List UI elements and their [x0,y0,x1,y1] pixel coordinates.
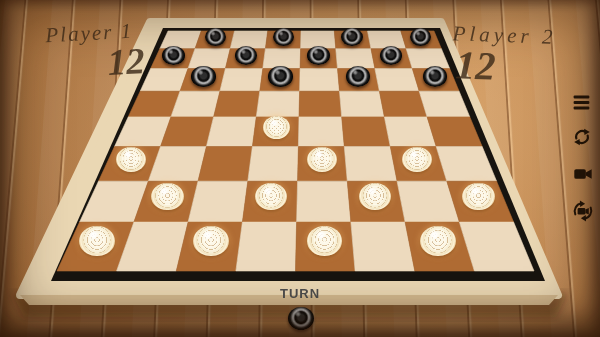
black-checker[interactable] [346,66,370,87]
board-square-r5c5[interactable] [344,147,397,182]
player1-panel: Player 1 12 [7,19,136,83]
player2-score: 12 [455,49,600,87]
switch-camera-icon [571,199,595,223]
board-square-r3c6[interactable] [379,91,427,117]
black-checker[interactable] [273,28,295,46]
restart-icon [572,127,592,147]
white-checker[interactable] [116,147,146,173]
turn-piece-black [288,307,314,330]
board-square-r6c2[interactable] [188,181,248,222]
board-square-r2c2[interactable] [220,69,263,92]
black-checker[interactable] [341,28,363,46]
board-square-r5c3[interactable] [248,147,299,182]
board-square-r5c2[interactable] [198,147,252,182]
board-square-r6c4[interactable] [297,181,351,222]
white-checker[interactable] [307,147,337,173]
board-square-r1c1[interactable] [188,49,230,69]
menu-button[interactable] [567,88,595,116]
checkers-game-screen: Player 1 12 Player 2 12 TURN [0,0,600,337]
player1-score: 12 [8,46,145,83]
board-square-r2c4[interactable] [300,69,340,92]
white-checker[interactable] [307,226,343,256]
black-checker[interactable] [307,46,330,65]
switch-camera-button[interactable] [569,197,597,225]
black-checker[interactable] [268,66,292,87]
board-square-r4c5[interactable] [342,117,391,147]
black-checker[interactable] [410,28,432,46]
white-checker[interactable] [193,226,229,256]
black-checker[interactable] [205,28,227,46]
restart-button[interactable] [568,123,596,151]
board-square-r7c3[interactable] [236,222,297,271]
board-square-r3c3[interactable] [256,91,299,117]
video-camera-icon [572,163,594,185]
board-square-r3c4[interactable] [299,91,342,117]
board-square-r4c4[interactable] [298,117,344,147]
black-checker[interactable] [423,66,447,87]
black-checker[interactable] [191,66,215,87]
board-square-r2c6[interactable] [375,69,419,92]
white-checker[interactable] [420,226,456,256]
board-square-r7c5[interactable] [351,222,415,271]
board-square-r3c2[interactable] [214,91,260,117]
black-checker[interactable] [162,46,185,65]
white-checker[interactable] [151,183,184,211]
player2-panel: Player 2 12 [451,21,600,87]
board-square-r3c5[interactable] [340,91,385,117]
turn-label: TURN [260,286,340,301]
video-camera-button[interactable] [569,160,597,188]
menu-icon [571,92,592,113]
white-checker[interactable] [79,226,115,256]
board-square-r4c2[interactable] [206,117,256,147]
